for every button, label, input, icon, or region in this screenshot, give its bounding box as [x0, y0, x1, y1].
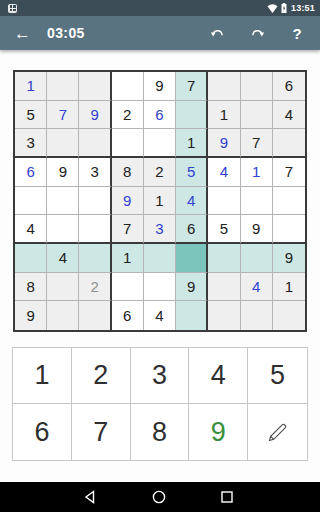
cell-r3c7[interactable]: 9: [208, 129, 240, 158]
key-8[interactable]: 8: [131, 404, 190, 460]
cell-r1c3[interactable]: [79, 72, 111, 101]
cell-r9c3[interactable]: [79, 301, 111, 330]
key-3[interactable]: 3: [131, 348, 190, 404]
cell-r7c4[interactable]: 1: [112, 244, 144, 273]
cell-r7c5[interactable]: [144, 244, 176, 273]
cell-r4c7[interactable]: 4: [208, 158, 240, 187]
cell-r7c1[interactable]: [15, 244, 47, 273]
cell-r1c7[interactable]: [208, 72, 240, 101]
cell-r6c6[interactable]: 6: [176, 215, 208, 244]
number-keypad: 123456789: [12, 347, 308, 461]
cell-r8c3[interactable]: 2: [79, 273, 111, 302]
cell-r5c6[interactable]: 4: [176, 187, 208, 216]
cell-r5c8[interactable]: [241, 187, 273, 216]
cell-r7c3[interactable]: [79, 244, 111, 273]
cell-r6c5[interactable]: 3: [144, 215, 176, 244]
cell-r1c9[interactable]: 6: [273, 72, 305, 101]
cell-r6c2[interactable]: [47, 215, 79, 244]
cell-r3c9[interactable]: [273, 129, 305, 158]
cell-r4c3[interactable]: 3: [79, 158, 111, 187]
cell-r3c3[interactable]: [79, 129, 111, 158]
status-time: 13:51: [291, 3, 315, 13]
cell-r9c2[interactable]: [47, 301, 79, 330]
cell-r7c7[interactable]: [208, 244, 240, 273]
cell-r7c6[interactable]: [176, 244, 208, 273]
cell-r3c1[interactable]: 3: [15, 129, 47, 158]
key-4[interactable]: 4: [189, 348, 248, 404]
cell-r7c9[interactable]: 9: [273, 244, 305, 273]
toolbar: ← 03:05 ?: [0, 16, 320, 50]
cell-r6c7[interactable]: 5: [208, 215, 240, 244]
cell-r4c5[interactable]: 2: [144, 158, 176, 187]
cell-r2c3[interactable]: 9: [79, 101, 111, 130]
cell-r8c4[interactable]: [112, 273, 144, 302]
cell-r4c9[interactable]: 7: [273, 158, 305, 187]
cell-r2c7[interactable]: 1: [208, 101, 240, 130]
cell-r4c6[interactable]: 5: [176, 158, 208, 187]
cell-r8c2[interactable]: [47, 273, 79, 302]
cell-r4c8[interactable]: 1: [241, 158, 273, 187]
key-6[interactable]: 6: [13, 404, 72, 460]
cell-r7c2[interactable]: 4: [47, 244, 79, 273]
cell-r5c2[interactable]: [47, 187, 79, 216]
cell-r2c9[interactable]: 4: [273, 101, 305, 130]
help-icon[interactable]: ?: [288, 24, 306, 42]
key-2[interactable]: 2: [72, 348, 131, 404]
pencil-icon[interactable]: [248, 404, 307, 460]
cell-r6c1[interactable]: 4: [15, 215, 47, 244]
cell-r8c7[interactable]: [208, 273, 240, 302]
key-7[interactable]: 7: [72, 404, 131, 460]
status-bar: 13:51: [0, 0, 320, 16]
battery-charging-icon: [281, 3, 287, 13]
cell-r1c2[interactable]: [47, 72, 79, 101]
redo-icon[interactable]: [248, 24, 266, 42]
cell-r1c4[interactable]: [112, 72, 144, 101]
cell-r1c5[interactable]: 9: [144, 72, 176, 101]
cell-r8c6[interactable]: 9: [176, 273, 208, 302]
cell-r9c7[interactable]: [208, 301, 240, 330]
cell-r3c8[interactable]: 7: [241, 129, 273, 158]
cell-r1c6[interactable]: 7: [176, 72, 208, 101]
cell-r9c9[interactable]: [273, 301, 305, 330]
cell-r3c2[interactable]: [47, 129, 79, 158]
cell-r6c9[interactable]: [273, 215, 305, 244]
cell-r4c1[interactable]: 6: [15, 158, 47, 187]
cell-r5c7[interactable]: [208, 187, 240, 216]
cell-r8c9[interactable]: 1: [273, 273, 305, 302]
android-nav-bar: [0, 482, 320, 512]
cell-r8c5[interactable]: [144, 273, 176, 302]
cell-r7c8[interactable]: [241, 244, 273, 273]
cell-r4c4[interactable]: 8: [112, 158, 144, 187]
cell-r3c6[interactable]: 1: [176, 129, 208, 158]
cell-r5c3[interactable]: [79, 187, 111, 216]
cell-r2c8[interactable]: [241, 101, 273, 130]
cell-r5c5[interactable]: 1: [144, 187, 176, 216]
key-1[interactable]: 1: [13, 348, 72, 404]
cell-r9c1[interactable]: 9: [15, 301, 47, 330]
cell-r8c8[interactable]: 4: [241, 273, 273, 302]
timer-label: 03:05: [47, 25, 85, 41]
cell-r4c2[interactable]: 9: [47, 158, 79, 187]
cell-r6c3[interactable]: [79, 215, 111, 244]
key-5[interactable]: 5: [248, 348, 307, 404]
sudoku-board: 1976579261431976938254179144736594198294…: [13, 70, 307, 332]
key-9[interactable]: 9: [189, 404, 248, 460]
app-notification-icon: [8, 4, 17, 13]
cell-r5c1[interactable]: [15, 187, 47, 216]
cell-r9c8[interactable]: [241, 301, 273, 330]
cell-r2c6[interactable]: [176, 101, 208, 130]
cell-r1c8[interactable]: [241, 72, 273, 101]
cell-r9c6[interactable]: [176, 301, 208, 330]
cell-r3c5[interactable]: [144, 129, 176, 158]
cell-r1c1[interactable]: 1: [15, 72, 47, 101]
cell-r8c1[interactable]: 8: [15, 273, 47, 302]
cell-r5c9[interactable]: [273, 187, 305, 216]
cell-r6c4[interactable]: 7: [112, 215, 144, 244]
cell-r6c8[interactable]: 9: [241, 215, 273, 244]
nav-back-icon[interactable]: [82, 489, 98, 505]
cell-r9c5[interactable]: 4: [144, 301, 176, 330]
wifi-icon: [267, 4, 278, 13]
nav-home-icon[interactable]: [151, 489, 167, 505]
cell-r2c5[interactable]: 6: [144, 101, 176, 130]
cell-r5c4[interactable]: 9: [112, 187, 144, 216]
cell-r2c4[interactable]: 2: [112, 101, 144, 130]
cell-r9c4[interactable]: 6: [112, 301, 144, 330]
undo-icon[interactable]: [208, 24, 226, 42]
nav-recents-icon[interactable]: [219, 489, 235, 505]
cell-r2c1[interactable]: 5: [15, 101, 47, 130]
cell-r2c2[interactable]: 7: [47, 101, 79, 130]
cell-r3c4[interactable]: [112, 129, 144, 158]
back-arrow-icon[interactable]: ←: [14, 25, 31, 42]
